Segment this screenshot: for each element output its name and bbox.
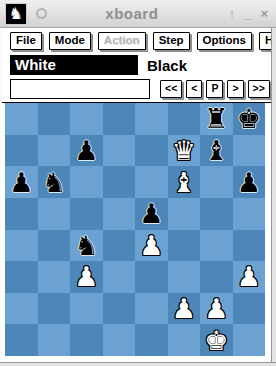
- square-d5[interactable]: [103, 198, 136, 230]
- square-e2[interactable]: [135, 293, 168, 325]
- black-player-label: Black: [147, 57, 187, 74]
- message-and-nav-row: << < P > >>: [0, 76, 276, 102]
- square-d8[interactable]: [103, 103, 136, 135]
- square-b8[interactable]: [38, 103, 71, 135]
- square-b4[interactable]: [38, 230, 71, 262]
- maximize-icon[interactable]: ↑: [229, 7, 236, 20]
- square-a3[interactable]: [5, 261, 38, 293]
- white-king[interactable]: ♚: [204, 327, 228, 354]
- black-pawn[interactable]: ♟: [74, 137, 98, 164]
- square-a7[interactable]: [5, 135, 38, 167]
- square-f1[interactable]: [168, 324, 201, 356]
- white-queen[interactable]: ♛: [172, 137, 196, 164]
- black-pawn[interactable]: ♟: [9, 169, 33, 196]
- square-d1[interactable]: [103, 324, 136, 356]
- square-f8[interactable]: [168, 103, 201, 135]
- menu-options[interactable]: Options: [197, 32, 252, 51]
- menu-mode[interactable]: Mode: [49, 32, 91, 51]
- titlebar[interactable]: ♞ xboard ↑ _ ×: [0, 0, 276, 28]
- minimize-icon[interactable]: _: [244, 7, 251, 20]
- square-g1[interactable]: ♚: [200, 324, 233, 356]
- rewind-to-start-button[interactable]: <<: [160, 80, 182, 98]
- white-pawn[interactable]: ♟: [237, 263, 261, 290]
- square-g2[interactable]: ♟: [200, 293, 233, 325]
- square-a2[interactable]: [5, 293, 38, 325]
- forward-to-end-button[interactable]: >>: [248, 80, 270, 98]
- square-c4[interactable]: ♞: [70, 230, 103, 262]
- square-e3[interactable]: [135, 261, 168, 293]
- back-button[interactable]: <: [186, 80, 202, 98]
- square-d4[interactable]: [103, 230, 136, 262]
- square-c1[interactable]: [70, 324, 103, 356]
- black-knight[interactable]: ♞: [74, 232, 98, 259]
- square-g6[interactable]: [200, 166, 233, 198]
- square-e7[interactable]: [135, 135, 168, 167]
- square-e6[interactable]: [135, 166, 168, 198]
- chess-board: ♜♚♟♛♝♟♞♝♟♟♞♟♟♟♟♟♚: [5, 103, 265, 356]
- forward-button[interactable]: >: [227, 80, 243, 98]
- square-e5[interactable]: ♟: [135, 198, 168, 230]
- square-d6[interactable]: [103, 166, 136, 198]
- menu-action[interactable]: Action: [98, 32, 146, 51]
- window-frame-left: [0, 28, 2, 366]
- square-h1[interactable]: [233, 324, 266, 356]
- square-g3[interactable]: [200, 261, 233, 293]
- square-c7[interactable]: ♟: [70, 135, 103, 167]
- square-f3[interactable]: [168, 261, 201, 293]
- square-a8[interactable]: [5, 103, 38, 135]
- square-a5[interactable]: [5, 198, 38, 230]
- square-f4[interactable]: [168, 230, 201, 262]
- menu-step[interactable]: Step: [153, 32, 190, 51]
- black-bishop[interactable]: ♝: [204, 137, 228, 164]
- app-knight-icon: ♞: [5, 3, 27, 25]
- white-bishop[interactable]: ♝: [172, 169, 196, 196]
- square-a4[interactable]: [5, 230, 38, 262]
- square-f2[interactable]: ♟: [168, 293, 201, 325]
- xboard-window: ♞ xboard ↑ _ × File Mode Action Step Opt…: [0, 0, 276, 366]
- square-h3[interactable]: ♟: [233, 261, 266, 293]
- black-knight[interactable]: ♞: [42, 169, 66, 196]
- square-c8[interactable]: [70, 103, 103, 135]
- square-g4[interactable]: [200, 230, 233, 262]
- square-c6[interactable]: [70, 166, 103, 198]
- black-pawn[interactable]: ♟: [139, 200, 163, 227]
- square-b6[interactable]: ♞: [38, 166, 71, 198]
- white-pawn[interactable]: ♟: [204, 295, 228, 322]
- clock-row: White Black: [0, 54, 276, 76]
- black-rook[interactable]: ♜: [204, 105, 228, 132]
- window-frame-right: [271, 28, 276, 366]
- square-a1[interactable]: [5, 324, 38, 356]
- square-c5[interactable]: [70, 198, 103, 230]
- square-e4[interactable]: ♟: [135, 230, 168, 262]
- square-h8[interactable]: ♚: [233, 103, 266, 135]
- white-pawn[interactable]: ♟: [74, 263, 98, 290]
- menu-bar: File Mode Action Step Options Help: [0, 28, 276, 54]
- white-player-label: White: [10, 55, 138, 75]
- square-g5[interactable]: [200, 198, 233, 230]
- navigation-buttons: << < P > >>: [160, 80, 270, 98]
- square-f5[interactable]: [168, 198, 201, 230]
- square-h7[interactable]: [233, 135, 266, 167]
- square-b7[interactable]: [38, 135, 71, 167]
- square-b1[interactable]: [38, 324, 71, 356]
- close-icon[interactable]: ×: [260, 7, 268, 20]
- pause-button[interactable]: P: [206, 80, 223, 98]
- square-e8[interactable]: [135, 103, 168, 135]
- square-b3[interactable]: [38, 261, 71, 293]
- message-input[interactable]: [10, 79, 150, 99]
- square-d3[interactable]: [103, 261, 136, 293]
- menu-file[interactable]: File: [10, 32, 42, 51]
- square-d2[interactable]: [103, 293, 136, 325]
- square-h2[interactable]: [233, 293, 266, 325]
- square-b2[interactable]: [38, 293, 71, 325]
- white-pawn[interactable]: ♟: [172, 295, 196, 322]
- square-e1[interactable]: [135, 324, 168, 356]
- square-b5[interactable]: [38, 198, 71, 230]
- square-h5[interactable]: [233, 198, 266, 230]
- square-h6[interactable]: ♟: [233, 166, 266, 198]
- white-pawn[interactable]: ♟: [139, 232, 163, 259]
- square-h4[interactable]: [233, 230, 266, 262]
- square-g8[interactable]: ♜: [200, 103, 233, 135]
- square-c2[interactable]: [70, 293, 103, 325]
- square-f6[interactable]: ♝: [168, 166, 201, 198]
- square-a6[interactable]: ♟: [5, 166, 38, 198]
- window-frame-bottom: [0, 362, 276, 366]
- black-king[interactable]: ♚: [237, 105, 261, 132]
- square-f7[interactable]: ♛: [168, 135, 201, 167]
- square-d7[interactable]: [103, 135, 136, 167]
- black-pawn[interactable]: ♟: [237, 169, 261, 196]
- window-title: xboard: [41, 5, 223, 22]
- square-g7[interactable]: ♝: [200, 135, 233, 167]
- square-c3[interactable]: ♟: [70, 261, 103, 293]
